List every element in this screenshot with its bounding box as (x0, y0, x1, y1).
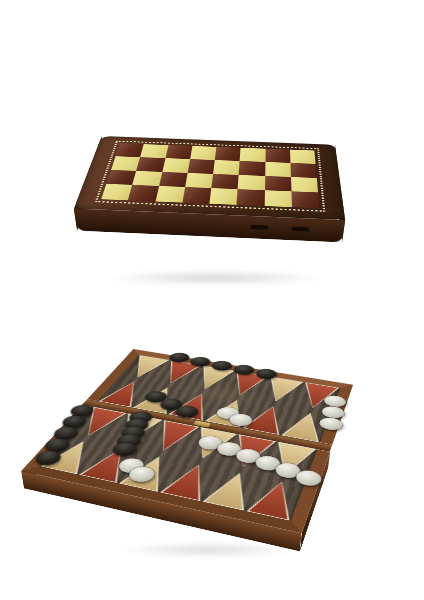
backgammon-point-red (160, 461, 218, 501)
chess-square (211, 174, 239, 190)
chess-square (136, 157, 165, 172)
chess-square (190, 146, 217, 160)
chess-square (239, 161, 265, 176)
clasp-slot (251, 225, 269, 230)
backgammon-point-red (246, 477, 302, 520)
backgammon-point-cream (122, 355, 169, 380)
chess-square (155, 186, 185, 202)
chess-square (240, 148, 265, 162)
point-fill (157, 361, 200, 385)
point-fill (124, 356, 168, 380)
point-fill (261, 377, 302, 403)
backgammon-point-cream (258, 377, 303, 405)
chess-square (290, 150, 316, 164)
point-fill (249, 479, 300, 520)
point-fill (147, 421, 197, 453)
chess-board-lid (74, 136, 345, 220)
chess-square (128, 185, 159, 201)
chess-square (159, 172, 188, 188)
point-fill (225, 372, 267, 398)
chess-square (290, 163, 317, 178)
chess-square (291, 191, 319, 208)
chess-square (265, 162, 291, 177)
backgammon-plane (21, 349, 353, 533)
chess-square (238, 175, 265, 191)
product-photo-canvas (0, 0, 424, 600)
chess-square (165, 145, 192, 159)
chess-square (132, 171, 162, 186)
chess-square (237, 189, 265, 206)
backgammon-point-cream (202, 469, 259, 511)
open-backgammon-board (72, 296, 332, 552)
clasp-slot (292, 226, 310, 231)
chess-square (162, 158, 190, 173)
chess-square (264, 176, 291, 192)
point-fill (162, 462, 215, 500)
point-fill (101, 380, 148, 407)
chess-case-3d (77, 157, 342, 243)
chess-square (209, 188, 237, 205)
contact-shadow (105, 270, 326, 286)
chess-square (187, 159, 214, 174)
chess-square (265, 149, 290, 163)
chess-square (213, 160, 240, 175)
chess-square (140, 144, 168, 158)
point-fill (205, 470, 257, 510)
backgammon-point-red (145, 420, 199, 454)
chess-square (215, 147, 241, 161)
chess-grid (101, 143, 319, 208)
chess-square (185, 173, 213, 189)
closed-chess-case (90, 132, 336, 260)
chess-square (264, 190, 292, 207)
dotted-inlay-border (95, 141, 326, 212)
chess-square (291, 177, 318, 193)
chess-square (182, 187, 211, 204)
point-fill (190, 366, 232, 391)
